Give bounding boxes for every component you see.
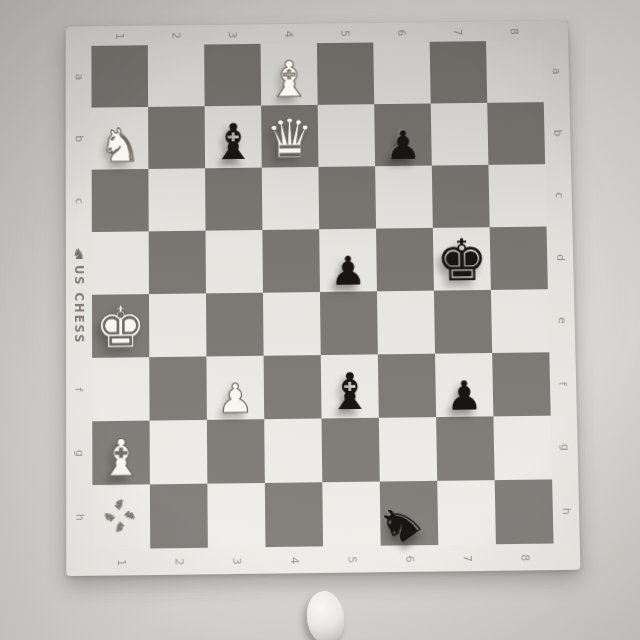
table-surface: ♞ US CHESS ♝♞♝♛♟♟♚♚♟♝♟♝♞♞♞♞♞123456781234… xyxy=(0,0,640,640)
square-d4[interactable] xyxy=(262,229,320,292)
white-queen-b4[interactable]: ♛ xyxy=(265,112,315,167)
coordinate-label-f-r7c10: f xyxy=(549,352,577,416)
coordinate-label-5-r1c6: 5 xyxy=(317,23,374,43)
us-chess-knight-icon: ♞ xyxy=(70,245,88,263)
square-f6[interactable] xyxy=(378,354,436,418)
square-f2[interactable] xyxy=(149,356,207,420)
square-d8[interactable] xyxy=(490,227,548,290)
coordinate-label-3-r10c4: 3 xyxy=(208,547,266,574)
coordinate-label-g-r8c1: g xyxy=(66,421,92,485)
square-e3[interactable] xyxy=(206,293,264,357)
coordinate-label-1-r1c2: 1 xyxy=(91,26,147,46)
square-d2[interactable] xyxy=(149,231,206,294)
white-bishop-g1[interactable]: ♝ xyxy=(98,433,143,484)
square-g6[interactable] xyxy=(379,417,437,481)
square-d3[interactable] xyxy=(206,230,263,293)
square-h7[interactable] xyxy=(437,480,496,545)
square-d1[interactable] xyxy=(92,231,149,294)
square-e7[interactable] xyxy=(434,290,492,354)
square-f1[interactable] xyxy=(92,357,149,421)
square-f8[interactable] xyxy=(492,352,551,416)
coordinate-label-3-r1c4: 3 xyxy=(204,24,261,44)
coordinate-label-6-r1c7: 6 xyxy=(373,22,430,42)
coordinate-label-b-r3c10: b xyxy=(544,102,571,164)
coordinate-label-8-r1c9: 8 xyxy=(486,21,543,41)
coordinate-label-g-r8c10: g xyxy=(551,415,579,479)
square-e2[interactable] xyxy=(149,293,206,357)
square-c5[interactable] xyxy=(318,166,376,229)
square-b7[interactable] xyxy=(431,103,489,166)
square-g3[interactable] xyxy=(207,419,265,483)
square-g4[interactable] xyxy=(264,418,322,482)
coordinate-label-h-r9c10: h xyxy=(552,479,580,543)
white-pawn-f3[interactable]: ♟ xyxy=(217,378,253,419)
coordinate-label-8-r10c9: 8 xyxy=(496,544,554,571)
square-a3[interactable] xyxy=(204,44,261,106)
square-a8[interactable] xyxy=(486,40,544,102)
square-f7[interactable]: ♟ xyxy=(435,353,493,417)
square-h1[interactable]: ♞♞♞♞ xyxy=(92,484,150,549)
square-a4[interactable]: ♝ xyxy=(261,43,318,105)
white-knight-b1[interactable]: ♞ xyxy=(99,122,141,169)
coordinate-label-h-r9c1: h xyxy=(66,485,92,549)
square-c7[interactable] xyxy=(432,165,490,228)
square-g1[interactable]: ♝ xyxy=(92,421,150,485)
black-bishop-b3[interactable]: ♝ xyxy=(211,117,256,167)
coordinate-label-2-r10c3: 2 xyxy=(150,548,208,575)
coordinate-label-b-r3c1: b xyxy=(66,108,92,170)
square-a7[interactable] xyxy=(430,41,488,103)
square-f3[interactable]: ♟ xyxy=(206,356,264,420)
chess-board-sheet: ♞ US CHESS ♝♞♝♛♟♟♚♚♟♝♟♝♞♞♞♞♞123456781234… xyxy=(66,21,581,576)
square-d6[interactable] xyxy=(376,228,434,291)
square-g7[interactable] xyxy=(436,416,495,480)
square-a5[interactable] xyxy=(317,42,374,104)
square-b4[interactable]: ♛ xyxy=(261,105,318,168)
white-bishop-a4[interactable]: ♝ xyxy=(267,55,312,105)
square-b8[interactable] xyxy=(487,102,545,165)
black-king-d7[interactable]: ♚ xyxy=(435,231,488,289)
square-h8[interactable] xyxy=(495,479,554,544)
coordinate-label-a-r2c10: a xyxy=(542,40,569,102)
square-e8[interactable] xyxy=(491,289,549,353)
coordinate-label-c-r4c1: c xyxy=(66,170,92,233)
coordinate-label-a-r2c1: a xyxy=(66,46,92,108)
coordinate-label-5-r10c6: 5 xyxy=(323,546,381,573)
coordinate-label-d-r5c10: d xyxy=(546,226,573,289)
us-chess-logo: ♞ US CHESS xyxy=(66,232,92,358)
square-g5[interactable] xyxy=(322,418,380,482)
square-c4[interactable] xyxy=(262,167,319,230)
square-h4[interactable] xyxy=(265,482,323,547)
coordinate-label-2-r1c3: 2 xyxy=(148,25,204,45)
coordinate-label-7-r1c8: 7 xyxy=(429,22,486,42)
square-b3[interactable]: ♝ xyxy=(205,106,262,169)
square-c8[interactable] xyxy=(488,164,546,227)
black-pawn-f7[interactable]: ♟ xyxy=(446,375,483,416)
coordinate-label-e-r6c10: e xyxy=(548,289,575,352)
coordinate-label-1-r10c2: 1 xyxy=(93,549,151,576)
square-f4[interactable] xyxy=(264,355,322,419)
black-pawn-d5[interactable]: ♟ xyxy=(330,251,366,291)
square-e1[interactable]: ♚ xyxy=(92,294,149,358)
white-king-e1[interactable]: ♚ xyxy=(94,298,146,357)
square-g2[interactable] xyxy=(150,420,208,484)
us-chess-corner-emblem: ♞♞♞♞ xyxy=(103,498,139,535)
square-a2[interactable] xyxy=(148,45,205,107)
square-g8[interactable] xyxy=(493,416,552,480)
square-a1[interactable] xyxy=(91,45,148,107)
black-pawn-b6[interactable]: ♟ xyxy=(385,125,421,165)
square-b6[interactable]: ♟ xyxy=(374,104,432,167)
black-bishop-f5[interactable]: ♝ xyxy=(327,366,373,417)
square-d5[interactable]: ♟ xyxy=(319,229,377,292)
coordinate-label-c-r4c10: c xyxy=(545,164,572,227)
coordinate-label-f-r7c1: f xyxy=(66,358,92,422)
square-d7[interactable]: ♚ xyxy=(433,227,491,290)
off-board-white-pawn[interactable] xyxy=(304,589,347,640)
square-e6[interactable] xyxy=(377,291,435,355)
coordinate-label-7-r10c8: 7 xyxy=(438,544,496,571)
square-e5[interactable] xyxy=(320,291,378,355)
square-f5[interactable]: ♝ xyxy=(321,354,379,418)
square-c1[interactable] xyxy=(92,169,149,232)
us-chess-logo-text: US CHESS xyxy=(72,265,86,345)
square-a6[interactable] xyxy=(373,42,430,104)
square-c3[interactable] xyxy=(205,168,262,231)
square-e4[interactable] xyxy=(263,292,321,356)
square-b1[interactable]: ♞ xyxy=(92,107,149,170)
square-c6[interactable] xyxy=(375,166,433,229)
square-b5[interactable] xyxy=(318,104,375,167)
square-h2[interactable] xyxy=(150,484,208,549)
coordinate-label-4-r1c5: 4 xyxy=(260,24,317,44)
coordinate-label-4-r10c5: 4 xyxy=(265,546,323,573)
square-h3[interactable] xyxy=(207,483,265,548)
square-c2[interactable] xyxy=(148,168,205,231)
square-h6[interactable]: ♞ xyxy=(380,481,439,546)
square-b2[interactable] xyxy=(148,106,205,169)
